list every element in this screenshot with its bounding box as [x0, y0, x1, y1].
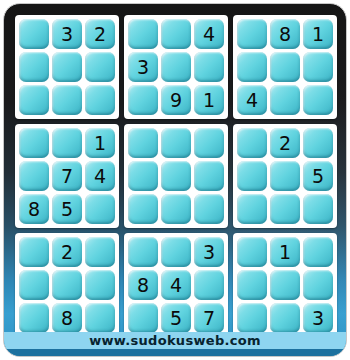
cell-r1c1[interactable] — [19, 19, 49, 49]
cell-r9c5[interactable]: 5 — [161, 303, 191, 333]
cell-r3c5[interactable]: 9 — [161, 85, 191, 115]
cell-r6c1[interactable]: 8 — [19, 194, 49, 224]
sudoku-box-4: 17485 — [15, 124, 119, 228]
cell-r6c3[interactable] — [85, 194, 115, 224]
cell-r4c4[interactable] — [128, 128, 158, 158]
cell-r6c8[interactable] — [270, 194, 300, 224]
sudoku-box-2: 4391 — [124, 15, 228, 119]
cell-r8c4[interactable]: 8 — [128, 270, 158, 300]
cell-r4c5[interactable] — [161, 128, 191, 158]
cell-r3c6[interactable]: 1 — [194, 85, 224, 115]
cell-r6c4[interactable] — [128, 194, 158, 224]
sudoku-box-9: 13 — [233, 233, 337, 337]
sudoku-box-6: 25 — [233, 124, 337, 228]
cell-r8c7[interactable] — [237, 270, 267, 300]
cell-r7c8[interactable]: 1 — [270, 237, 300, 267]
cell-r2c9[interactable] — [303, 52, 333, 82]
cell-r1c9[interactable]: 1 — [303, 19, 333, 49]
cell-r6c2[interactable]: 5 — [52, 194, 82, 224]
cell-r3c1[interactable] — [19, 85, 49, 115]
board-frame: 3243918141748525283845713 www.sudokusweb… — [3, 3, 347, 357]
cell-r7c3[interactable] — [85, 237, 115, 267]
cell-r1c3[interactable]: 2 — [85, 19, 115, 49]
cell-r8c8[interactable] — [270, 270, 300, 300]
cell-r4c6[interactable] — [194, 128, 224, 158]
cell-r2c6[interactable] — [194, 52, 224, 82]
sudoku-box-8: 38457 — [124, 233, 228, 337]
cell-r7c5[interactable] — [161, 237, 191, 267]
cell-r6c6[interactable] — [194, 194, 224, 224]
sudoku-box-1: 32 — [15, 15, 119, 119]
cell-r5c6[interactable] — [194, 161, 224, 191]
cell-r5c2[interactable]: 7 — [52, 161, 82, 191]
cell-r3c3[interactable] — [85, 85, 115, 115]
cell-r4c1[interactable] — [19, 128, 49, 158]
cell-r7c7[interactable] — [237, 237, 267, 267]
cell-r1c4[interactable] — [128, 19, 158, 49]
cell-r1c8[interactable]: 8 — [270, 19, 300, 49]
footer-band: www.sudokusweb.com — [4, 332, 346, 349]
cell-r7c4[interactable] — [128, 237, 158, 267]
cell-r1c5[interactable] — [161, 19, 191, 49]
cell-r6c7[interactable] — [237, 194, 267, 224]
cell-r6c5[interactable] — [161, 194, 191, 224]
sudoku-box-3: 814 — [233, 15, 337, 119]
cell-r2c1[interactable] — [19, 52, 49, 82]
cell-r8c9[interactable] — [303, 270, 333, 300]
cell-r7c9[interactable] — [303, 237, 333, 267]
cell-r8c3[interactable] — [85, 270, 115, 300]
cell-r9c4[interactable] — [128, 303, 158, 333]
cell-r6c9[interactable] — [303, 194, 333, 224]
cell-r9c7[interactable] — [237, 303, 267, 333]
cell-r2c2[interactable] — [52, 52, 82, 82]
sudoku-board: 3243918141748525283845713 — [15, 15, 337, 337]
site-link[interactable]: www.sudokusweb.com — [89, 333, 261, 348]
cell-r7c6[interactable]: 3 — [194, 237, 224, 267]
cell-r7c1[interactable] — [19, 237, 49, 267]
cell-r3c2[interactable] — [52, 85, 82, 115]
cell-r2c5[interactable] — [161, 52, 191, 82]
cell-r5c5[interactable] — [161, 161, 191, 191]
cell-r9c9[interactable]: 3 — [303, 303, 333, 333]
cell-r1c2[interactable]: 3 — [52, 19, 82, 49]
sudoku-box-5 — [124, 124, 228, 228]
cell-r1c7[interactable] — [237, 19, 267, 49]
cell-r2c7[interactable] — [237, 52, 267, 82]
cell-r5c1[interactable] — [19, 161, 49, 191]
cell-r5c8[interactable] — [270, 161, 300, 191]
cell-r9c2[interactable]: 8 — [52, 303, 82, 333]
cell-r3c4[interactable] — [128, 85, 158, 115]
cell-r9c3[interactable] — [85, 303, 115, 333]
footer-strip — [4, 349, 346, 356]
sudoku-box-7: 28 — [15, 233, 119, 337]
cell-r5c9[interactable]: 5 — [303, 161, 333, 191]
cell-r8c2[interactable] — [52, 270, 82, 300]
cell-r4c9[interactable] — [303, 128, 333, 158]
cell-r9c8[interactable] — [270, 303, 300, 333]
cell-r9c1[interactable] — [19, 303, 49, 333]
cell-r1c6[interactable]: 4 — [194, 19, 224, 49]
cell-r5c3[interactable]: 4 — [85, 161, 115, 191]
cell-r3c7[interactable]: 4 — [237, 85, 267, 115]
cell-r8c6[interactable] — [194, 270, 224, 300]
cell-r4c3[interactable]: 1 — [85, 128, 115, 158]
cell-r2c3[interactable] — [85, 52, 115, 82]
cell-r9c6[interactable]: 7 — [194, 303, 224, 333]
cell-r4c8[interactable]: 2 — [270, 128, 300, 158]
cell-r5c7[interactable] — [237, 161, 267, 191]
cell-r8c5[interactable]: 4 — [161, 270, 191, 300]
cell-r8c1[interactable] — [19, 270, 49, 300]
cell-r2c8[interactable] — [270, 52, 300, 82]
cell-r4c7[interactable] — [237, 128, 267, 158]
cell-r3c9[interactable] — [303, 85, 333, 115]
cell-r3c8[interactable] — [270, 85, 300, 115]
cell-r4c2[interactable] — [52, 128, 82, 158]
cell-r5c4[interactable] — [128, 161, 158, 191]
cell-r7c2[interactable]: 2 — [52, 237, 82, 267]
cell-r2c4[interactable]: 3 — [128, 52, 158, 82]
